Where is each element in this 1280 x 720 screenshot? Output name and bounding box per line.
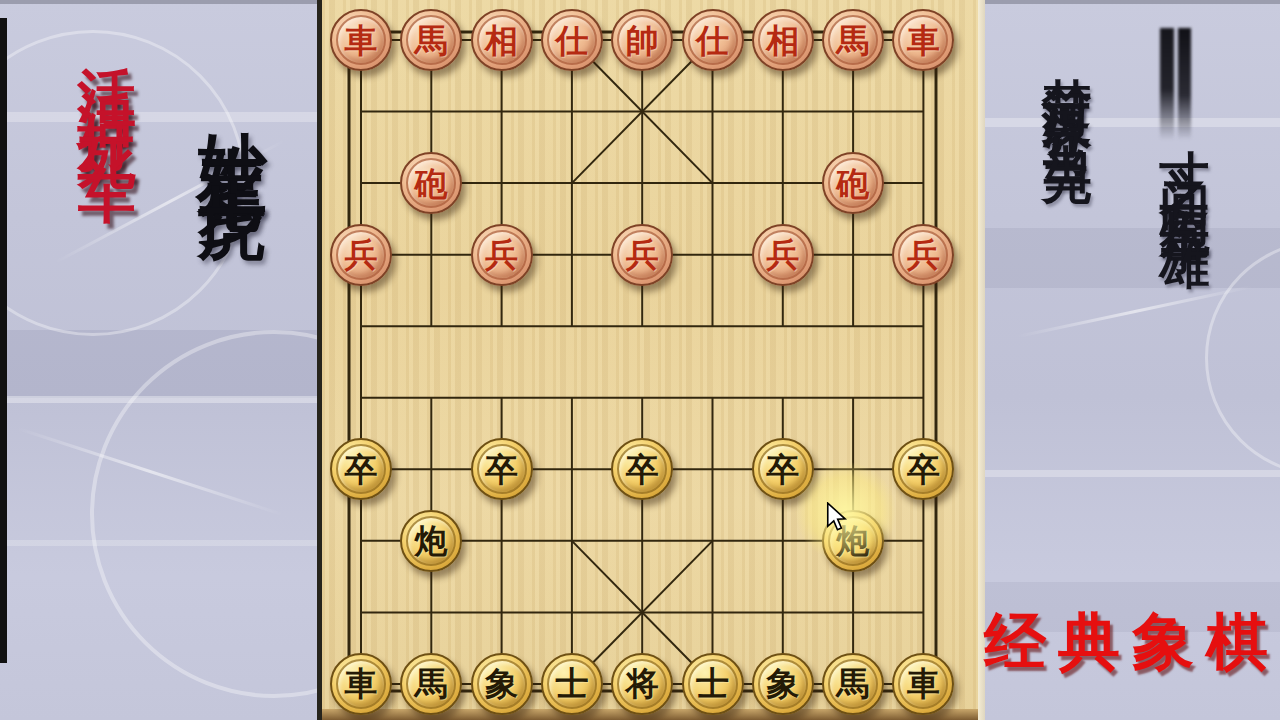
left-edge-bar: [0, 18, 7, 663]
mouse-cursor-icon: [826, 502, 848, 532]
piece-black-士[interactable]: 士: [541, 653, 603, 715]
blur-smudge-artifact: [1157, 28, 1195, 140]
piece-black-車[interactable]: 車: [330, 653, 392, 715]
piece-black-卒[interactable]: 卒: [471, 438, 533, 500]
piece-red-車[interactable]: 車: [330, 9, 392, 71]
piece-red-相[interactable]: 相: [471, 9, 533, 71]
piece-red-仕[interactable]: 仕: [541, 9, 603, 71]
piece-red-仕[interactable]: 仕: [682, 9, 744, 71]
decor-band: [985, 470, 1280, 477]
classic-xiangqi-title: 经典象棋: [984, 600, 1280, 684]
piece-red-兵[interactable]: 兵: [752, 224, 814, 286]
swirl-decor: [1205, 240, 1280, 476]
piece-red-兵[interactable]: 兵: [611, 224, 673, 286]
caption-black-vertical: 妙走三步虎: [198, 76, 268, 151]
decor-band: [0, 540, 317, 546]
piece-black-炮[interactable]: 炮: [400, 510, 462, 572]
couplet-inner-column: 楚河汉界一马当先: [1042, 38, 1092, 126]
left-caption-panel: 活活打死车 妙走三步虎: [0, 0, 317, 720]
decor-band: [0, 396, 317, 403]
piece-red-馬[interactable]: 馬: [822, 9, 884, 71]
board-grid-lines: [322, 0, 978, 720]
piece-black-馬[interactable]: 馬: [822, 653, 884, 715]
piece-black-象[interactable]: 象: [471, 653, 533, 715]
piece-red-相[interactable]: 相: [752, 9, 814, 71]
piece-red-車[interactable]: 車: [892, 9, 954, 71]
caption-red-vertical: 活活打死车: [78, 20, 136, 140]
streak-decor: [16, 427, 283, 516]
streak-decor: [1017, 285, 1252, 338]
piece-red-砲[interactable]: 砲: [400, 152, 462, 214]
piece-red-兵[interactable]: 兵: [471, 224, 533, 286]
decor-band: [985, 118, 1280, 127]
video-frame: 活活打死车 妙走三步虎 車馬相仕帥仕相馬車砲砲兵兵兵兵兵卒卒卒卒卒炮炮車馬象士将…: [0, 0, 1280, 720]
piece-red-馬[interactable]: 馬: [400, 9, 462, 71]
piece-black-象[interactable]: 象: [752, 653, 814, 715]
piece-black-馬[interactable]: 馬: [400, 653, 462, 715]
piece-black-卒[interactable]: 卒: [892, 438, 954, 500]
piece-black-卒[interactable]: 卒: [330, 438, 392, 500]
piece-red-兵[interactable]: 兵: [330, 224, 392, 286]
panel-top-edge: [0, 0, 317, 4]
piece-red-帥[interactable]: 帥: [611, 9, 673, 71]
piece-red-砲[interactable]: 砲: [822, 152, 884, 214]
decor-band: [0, 330, 317, 398]
streak-decor: [55, 139, 286, 264]
xiangqi-board[interactable]: 車馬相仕帥仕相馬車砲砲兵兵兵兵兵卒卒卒卒卒炮炮車馬象士将士象馬車: [317, 0, 985, 720]
piece-black-卒[interactable]: 卒: [611, 438, 673, 500]
piece-black-車[interactable]: 車: [892, 653, 954, 715]
piece-black-将[interactable]: 将: [611, 653, 673, 715]
piece-black-士[interactable]: 士: [682, 653, 744, 715]
decor-band: [985, 228, 1280, 288]
piece-black-卒[interactable]: 卒: [752, 438, 814, 500]
piece-red-兵[interactable]: 兵: [892, 224, 954, 286]
panel-top-edge: [985, 0, 1280, 4]
